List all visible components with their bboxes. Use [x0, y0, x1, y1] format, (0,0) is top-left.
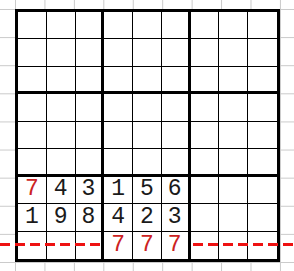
elimination-dashed-line-right [193, 243, 294, 246]
cell-r2c1[interactable] [18, 39, 47, 66]
cell-r7c4[interactable]: 1 [104, 177, 133, 204]
cell-r5c2[interactable] [47, 122, 76, 149]
cell-r3c2[interactable] [47, 67, 76, 94]
sudoku-board: 743156198423777 [15, 9, 280, 262]
cell-r3c5[interactable] [133, 67, 162, 94]
cell-r3c9[interactable] [248, 67, 277, 94]
cell-r2c9[interactable] [248, 39, 277, 66]
cell-r1c5[interactable] [133, 12, 162, 39]
cell-r5c1[interactable] [18, 122, 47, 149]
cell-r8c9[interactable] [248, 204, 277, 231]
cell-r2c7[interactable] [191, 39, 220, 66]
cell-r8c8[interactable] [219, 204, 248, 231]
cell-r7c7[interactable] [191, 177, 220, 204]
cell-r2c4[interactable] [104, 39, 133, 66]
cell-r2c6[interactable] [162, 39, 191, 66]
cell-r6c3[interactable] [76, 149, 105, 176]
cell-r1c6[interactable] [162, 12, 191, 39]
cell-r9c6[interactable]: 7 [162, 232, 191, 259]
cell-r7c8[interactable] [219, 177, 248, 204]
cell-r1c7[interactable] [191, 12, 220, 39]
cell-r6c9[interactable] [248, 149, 277, 176]
cell-r7c9[interactable] [248, 177, 277, 204]
cell-r5c6[interactable] [162, 122, 191, 149]
cell-r7c3[interactable]: 3 [76, 177, 105, 204]
cell-r6c6[interactable] [162, 149, 191, 176]
cell-r2c5[interactable] [133, 39, 162, 66]
cell-r2c3[interactable] [76, 39, 105, 66]
cell-r8c2[interactable]: 9 [47, 204, 76, 231]
cell-r8c1[interactable]: 1 [18, 204, 47, 231]
cell-r5c5[interactable] [133, 122, 162, 149]
cell-r3c4[interactable] [104, 67, 133, 94]
cell-r3c6[interactable] [162, 67, 191, 94]
cell-r9c5[interactable]: 7 [133, 232, 162, 259]
cell-r1c9[interactable] [248, 12, 277, 39]
cell-r5c8[interactable] [219, 122, 248, 149]
cell-r4c5[interactable] [133, 94, 162, 121]
cell-r4c2[interactable] [47, 94, 76, 121]
cell-r2c2[interactable] [47, 39, 76, 66]
cell-r5c7[interactable] [191, 122, 220, 149]
cell-r4c9[interactable] [248, 94, 277, 121]
cell-r1c2[interactable] [47, 12, 76, 39]
cell-r4c1[interactable] [18, 94, 47, 121]
cell-r3c7[interactable] [191, 67, 220, 94]
cell-r8c3[interactable]: 8 [76, 204, 105, 231]
cell-r6c7[interactable] [191, 149, 220, 176]
cell-r7c5[interactable]: 5 [133, 177, 162, 204]
spreadsheet-background: 743156198423777 [0, 0, 294, 271]
cell-r6c4[interactable] [104, 149, 133, 176]
cell-r2c8[interactable] [219, 39, 248, 66]
cell-r4c3[interactable] [76, 94, 105, 121]
cell-r1c4[interactable] [104, 12, 133, 39]
cell-r4c6[interactable] [162, 94, 191, 121]
cell-r3c1[interactable] [18, 67, 47, 94]
cell-r5c9[interactable] [248, 122, 277, 149]
sudoku-diagram: { "game": "sudoku", "position": "0000000… [0, 0, 294, 271]
cell-r5c4[interactable] [104, 122, 133, 149]
cell-r6c8[interactable] [219, 149, 248, 176]
cell-r7c2[interactable]: 4 [47, 177, 76, 204]
cell-r8c5[interactable]: 2 [133, 204, 162, 231]
cell-r9c4[interactable]: 7 [104, 232, 133, 259]
cell-r8c4[interactable]: 4 [104, 204, 133, 231]
cell-r7c1[interactable]: 7 [18, 177, 47, 204]
cell-r4c7[interactable] [191, 94, 220, 121]
cell-r7c6[interactable]: 6 [162, 177, 191, 204]
cell-r1c8[interactable] [219, 12, 248, 39]
cell-r5c3[interactable] [76, 122, 105, 149]
cell-r8c7[interactable] [191, 204, 220, 231]
cell-r1c3[interactable] [76, 12, 105, 39]
cell-r6c1[interactable] [18, 149, 47, 176]
cell-r3c8[interactable] [219, 67, 248, 94]
cell-r4c8[interactable] [219, 94, 248, 121]
cell-r6c5[interactable] [133, 149, 162, 176]
cell-r4c4[interactable] [104, 94, 133, 121]
cell-r1c1[interactable] [18, 12, 47, 39]
cell-r6c2[interactable] [47, 149, 76, 176]
elimination-dashed-line-left [0, 243, 103, 246]
cell-r8c6[interactable]: 3 [162, 204, 191, 231]
cell-r3c3[interactable] [76, 67, 105, 94]
